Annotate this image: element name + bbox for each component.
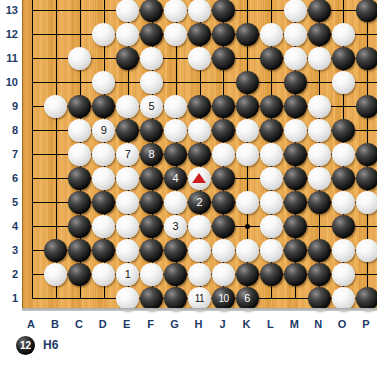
black-stone-N5[interactable]	[308, 191, 331, 214]
black-stone-F12[interactable]	[140, 23, 163, 46]
black-stone-F1[interactable]	[140, 287, 163, 310]
black-stone-G7[interactable]	[164, 143, 187, 166]
column-label-H: H	[190, 317, 208, 331]
white-stone-H4[interactable]	[188, 215, 211, 238]
black-stone-J8[interactable]	[212, 119, 235, 142]
black-stone-F4[interactable]	[140, 215, 163, 238]
white-stone-H6[interactable]	[188, 167, 211, 190]
white-stone-G13[interactable]	[164, 0, 187, 22]
row-label-12: 12	[0, 27, 18, 41]
white-stone-P3[interactable]	[356, 239, 377, 262]
white-stone-C11[interactable]	[68, 47, 91, 70]
black-stone-F3[interactable]	[140, 239, 163, 262]
white-stone-D10[interactable]	[92, 71, 115, 94]
white-stone-J2[interactable]	[212, 263, 235, 286]
white-stone-F11[interactable]	[140, 47, 163, 70]
black-stone-K10[interactable]	[236, 71, 259, 94]
white-stone-M13[interactable]	[284, 0, 307, 22]
white-stone-E2[interactable]: 1	[116, 263, 139, 286]
black-stone-F5[interactable]	[140, 191, 163, 214]
black-stone-D9[interactable]	[92, 95, 115, 118]
row-label-5: 5	[0, 195, 18, 209]
black-stone-M4[interactable]	[284, 215, 307, 238]
column-label-G: G	[166, 317, 184, 331]
white-stone-H1[interactable]: 11	[188, 287, 211, 310]
black-stone-G1[interactable]	[164, 287, 187, 310]
white-stone-O1[interactable]	[332, 287, 355, 310]
black-stone-C2[interactable]	[68, 263, 91, 286]
black-stone-O4[interactable]	[332, 215, 355, 238]
row-label-3: 3	[0, 243, 18, 257]
black-stone-J9[interactable]	[212, 95, 235, 118]
white-stone-N6[interactable]	[308, 167, 331, 190]
white-stone-E1[interactable]	[116, 287, 139, 310]
white-stone-E4[interactable]	[116, 215, 139, 238]
white-stone-O10[interactable]	[332, 71, 355, 94]
black-stone-K9[interactable]	[236, 95, 259, 118]
black-stone-F7[interactable]: 8	[140, 143, 163, 166]
white-stone-N9[interactable]	[308, 95, 331, 118]
white-stone-O2[interactable]	[332, 263, 355, 286]
black-stone-M2[interactable]	[284, 263, 307, 286]
black-stone-P7[interactable]	[356, 143, 377, 166]
white-stone-C7[interactable]	[68, 143, 91, 166]
white-stone-H8[interactable]	[188, 119, 211, 142]
black-stone-L11[interactable]	[260, 47, 283, 70]
white-stone-K7[interactable]	[236, 143, 259, 166]
white-stone-D4[interactable]	[92, 215, 115, 238]
white-stone-F10[interactable]	[140, 71, 163, 94]
column-label-F: F	[142, 317, 160, 331]
black-stone-H5[interactable]: 2	[188, 191, 211, 214]
black-stone-L8[interactable]	[260, 119, 283, 142]
white-stone-E12[interactable]	[116, 23, 139, 46]
white-stone-M8[interactable]	[284, 119, 307, 142]
white-stone-E7[interactable]: 7	[116, 143, 139, 166]
black-stone-P11[interactable]	[356, 47, 377, 70]
row-label-8: 8	[0, 123, 18, 137]
black-stone-M5[interactable]	[284, 191, 307, 214]
white-stone-L12[interactable]	[260, 23, 283, 46]
black-stone-N12[interactable]	[308, 23, 331, 46]
white-stone-D2[interactable]	[92, 263, 115, 286]
white-stone-L6[interactable]	[260, 167, 283, 190]
white-stone-H11[interactable]	[188, 47, 211, 70]
board-bottom-edge	[22, 308, 377, 311]
black-stone-K2[interactable]	[236, 263, 259, 286]
black-stone-J4[interactable]	[212, 215, 235, 238]
white-stone-G4[interactable]: 3	[164, 215, 187, 238]
black-stone-M7[interactable]	[284, 143, 307, 166]
go-board[interactable]: 5978423111106	[22, 0, 377, 308]
white-stone-H3[interactable]	[188, 239, 211, 262]
black-stone-M6[interactable]	[284, 167, 307, 190]
white-stone-N11[interactable]	[308, 47, 331, 70]
black-stone-G6[interactable]: 4	[164, 167, 187, 190]
star-point	[245, 224, 250, 229]
grid-line-row-10	[32, 82, 377, 83]
row-label-11: 11	[0, 51, 18, 65]
black-stone-N3[interactable]	[308, 239, 331, 262]
white-stone-B2[interactable]	[44, 263, 67, 286]
white-stone-L4[interactable]	[260, 215, 283, 238]
move-number: 12	[20, 340, 31, 351]
white-stone-J3[interactable]	[212, 239, 235, 262]
row-label-6: 6	[0, 171, 18, 185]
column-label-J: J	[213, 317, 231, 331]
white-stone-C8[interactable]	[68, 119, 91, 142]
white-stone-O7[interactable]	[332, 143, 355, 166]
white-stone-O5[interactable]	[332, 191, 355, 214]
white-stone-L5[interactable]	[260, 191, 283, 214]
column-label-M: M	[285, 317, 303, 331]
black-stone-O8[interactable]	[332, 119, 355, 142]
black-stone-C3[interactable]	[68, 239, 91, 262]
move-coordinate: H6	[43, 338, 58, 352]
white-stone-L3[interactable]	[260, 239, 283, 262]
black-stone-M3[interactable]	[284, 239, 307, 262]
white-stone-D6[interactable]	[92, 167, 115, 190]
row-label-10: 10	[0, 75, 18, 89]
white-stone-H13[interactable]	[188, 0, 211, 22]
black-stone-E8[interactable]	[116, 119, 139, 142]
column-label-D: D	[94, 317, 112, 331]
white-stone-E3[interactable]	[116, 239, 139, 262]
column-label-L: L	[261, 317, 279, 331]
black-stone-K12[interactable]	[236, 23, 259, 46]
black-stone-P9[interactable]	[356, 95, 377, 118]
column-label-E: E	[118, 317, 136, 331]
black-stone-C9[interactable]	[68, 95, 91, 118]
black-stone-H7[interactable]	[188, 143, 211, 166]
black-stone-D3[interactable]	[92, 239, 115, 262]
move-number-stone-icon: 12	[16, 336, 35, 355]
white-stone-P5[interactable]	[356, 191, 377, 214]
column-label-N: N	[309, 317, 327, 331]
white-stone-E9[interactable]	[116, 95, 139, 118]
white-stone-O12[interactable]	[332, 23, 355, 46]
black-stone-P1[interactable]	[356, 287, 377, 310]
black-stone-P6[interactable]	[356, 167, 377, 190]
black-stone-F13[interactable]	[140, 0, 163, 22]
row-label-2: 2	[0, 267, 18, 281]
white-stone-G9[interactable]	[164, 95, 187, 118]
white-stone-M12[interactable]	[284, 23, 307, 46]
black-stone-J1[interactable]: 10	[212, 287, 235, 310]
black-stone-B3[interactable]	[44, 239, 67, 262]
column-label-O: O	[333, 317, 351, 331]
black-stone-J13[interactable]	[212, 0, 235, 22]
black-stone-C5[interactable]	[68, 191, 91, 214]
black-stone-M9[interactable]	[284, 95, 307, 118]
black-stone-N1[interactable]	[308, 287, 331, 310]
white-stone-D8[interactable]: 9	[92, 119, 115, 142]
white-stone-J7[interactable]	[212, 143, 235, 166]
black-stone-C6[interactable]	[68, 167, 91, 190]
black-stone-D5[interactable]	[92, 191, 115, 214]
black-stone-J5[interactable]	[212, 191, 235, 214]
black-stone-H9[interactable]	[188, 95, 211, 118]
column-label-C: C	[70, 317, 88, 331]
black-stone-J6[interactable]	[212, 167, 235, 190]
column-label-B: B	[46, 317, 64, 331]
white-stone-G8[interactable]	[164, 119, 187, 142]
last-move-triangle-icon	[192, 173, 206, 183]
white-stone-K3[interactable]	[236, 239, 259, 262]
black-stone-G3[interactable]	[164, 239, 187, 262]
white-stone-N8[interactable]	[308, 119, 331, 142]
black-stone-N2[interactable]	[308, 263, 331, 286]
white-stone-N7[interactable]	[308, 143, 331, 166]
black-stone-K1[interactable]: 6	[236, 287, 259, 310]
white-stone-K8[interactable]	[236, 119, 259, 142]
white-stone-L7[interactable]	[260, 143, 283, 166]
black-stone-C4[interactable]	[68, 215, 91, 238]
white-stone-B9[interactable]	[44, 95, 67, 118]
column-label-A: A	[22, 317, 40, 331]
row-label-13: 13	[0, 3, 18, 17]
white-stone-F9[interactable]: 5	[140, 95, 163, 118]
white-stone-E5[interactable]	[116, 191, 139, 214]
black-stone-E11[interactable]	[116, 47, 139, 70]
white-stone-M11[interactable]	[284, 47, 307, 70]
black-stone-F6[interactable]	[140, 167, 163, 190]
white-stone-O3[interactable]	[332, 239, 355, 262]
black-stone-J11[interactable]	[212, 47, 235, 70]
black-stone-P13[interactable]	[356, 0, 377, 22]
column-label-P: P	[357, 317, 375, 331]
column-label-K: K	[237, 317, 255, 331]
black-stone-O6[interactable]	[332, 167, 355, 190]
black-stone-F8[interactable]	[140, 119, 163, 142]
white-stone-K5[interactable]	[236, 191, 259, 214]
row-label-1: 1	[0, 291, 18, 305]
white-stone-E6[interactable]	[116, 167, 139, 190]
white-stone-D12[interactable]	[92, 23, 115, 46]
row-label-7: 7	[0, 147, 18, 161]
white-stone-D7[interactable]	[92, 143, 115, 166]
black-stone-M10[interactable]	[284, 71, 307, 94]
black-stone-N13[interactable]	[308, 0, 331, 22]
black-stone-J12[interactable]	[212, 23, 235, 46]
white-stone-F2[interactable]	[140, 263, 163, 286]
black-stone-L2[interactable]	[260, 263, 283, 286]
black-stone-G2[interactable]	[164, 263, 187, 286]
black-stone-L9[interactable]	[260, 95, 283, 118]
white-stone-G12[interactable]	[164, 23, 187, 46]
black-stone-H12[interactable]	[188, 23, 211, 46]
black-stone-O11[interactable]	[332, 47, 355, 70]
go-viewer: 5978423111106 13121110987654321 ABCDEFGH…	[0, 0, 377, 369]
row-label-9: 9	[0, 99, 18, 113]
row-label-4: 4	[0, 219, 18, 233]
grid-line-column-A	[32, 0, 33, 299]
white-stone-G5[interactable]	[164, 191, 187, 214]
white-stone-H2[interactable]	[188, 263, 211, 286]
white-stone-E13[interactable]	[116, 0, 139, 22]
